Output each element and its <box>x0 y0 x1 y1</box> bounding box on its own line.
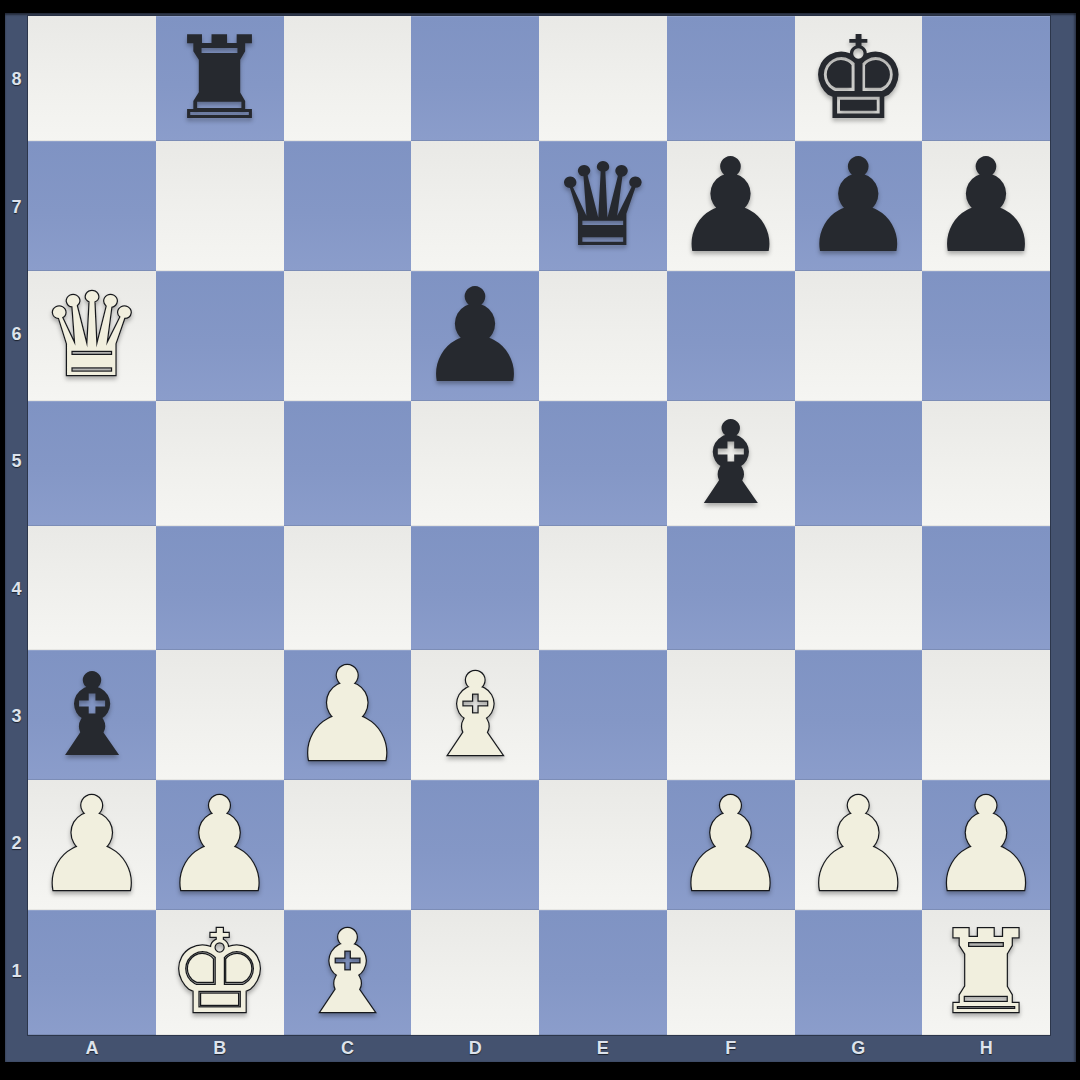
square-f6[interactable] <box>667 271 795 401</box>
square-e2[interactable] <box>539 780 667 910</box>
square-d5[interactable] <box>411 401 539 526</box>
piece-black-pawn[interactable]: ♟ <box>417 271 534 401</box>
square-a6[interactable]: ♛ <box>28 271 156 401</box>
square-c4[interactable] <box>284 526 412 651</box>
file-label-c: C <box>284 1035 412 1062</box>
square-b2[interactable]: ♟ <box>156 780 284 910</box>
file-label-h: H <box>922 1035 1050 1062</box>
square-c2[interactable] <box>284 780 412 910</box>
rank-label-7: 7 <box>5 143 28 270</box>
square-g7[interactable]: ♟ <box>795 141 923 271</box>
square-d4[interactable] <box>411 526 539 651</box>
square-c5[interactable] <box>284 401 412 526</box>
piece-black-pawn[interactable]: ♟ <box>672 141 789 271</box>
square-e8[interactable] <box>539 16 667 141</box>
piece-white-king[interactable]: ♚ <box>168 915 271 1030</box>
square-d2[interactable] <box>411 780 539 910</box>
square-h5[interactable] <box>922 401 1050 526</box>
piece-white-pawn[interactable]: ♟ <box>800 780 917 910</box>
rank-labels: 87654321 <box>5 16 28 1035</box>
square-b3[interactable] <box>156 650 284 780</box>
square-g5[interactable] <box>795 401 923 526</box>
file-label-g: G <box>795 1035 923 1062</box>
file-label-f: F <box>667 1035 795 1062</box>
piece-white-bishop[interactable]: ♝ <box>424 658 527 773</box>
square-a3[interactable]: ♝ <box>28 650 156 780</box>
square-h4[interactable] <box>922 526 1050 651</box>
square-e4[interactable] <box>539 526 667 651</box>
square-c7[interactable] <box>284 141 412 271</box>
piece-black-bishop[interactable]: ♝ <box>40 658 143 773</box>
square-b1[interactable]: ♚ <box>156 910 284 1035</box>
square-b7[interactable] <box>156 141 284 271</box>
file-labels: ABCDEFGH <box>28 1035 1050 1062</box>
square-c6[interactable] <box>284 271 412 401</box>
rank-label-3: 3 <box>5 653 28 780</box>
square-f2[interactable]: ♟ <box>667 780 795 910</box>
file-label-a: A <box>28 1035 156 1062</box>
piece-black-bishop[interactable]: ♝ <box>679 406 782 521</box>
square-e7[interactable]: ♛ <box>539 141 667 271</box>
piece-black-rook[interactable]: ♜ <box>168 21 271 136</box>
square-a4[interactable] <box>28 526 156 651</box>
square-a5[interactable] <box>28 401 156 526</box>
square-h8[interactable] <box>922 16 1050 141</box>
square-f8[interactable] <box>667 16 795 141</box>
square-f4[interactable] <box>667 526 795 651</box>
rank-label-4: 4 <box>5 526 28 653</box>
piece-black-pawn[interactable]: ♟ <box>800 141 917 271</box>
piece-white-pawn[interactable]: ♟ <box>34 780 151 910</box>
square-f5[interactable]: ♝ <box>667 401 795 526</box>
square-f1[interactable] <box>667 910 795 1035</box>
square-g6[interactable] <box>795 271 923 401</box>
chess-board-frame: 87654321 ♜♚♛♟♟♟♛♟♝♝♟♝♟♟♟♟♟♚♝♜ ABCDEFGH <box>5 13 1076 1062</box>
square-e3[interactable] <box>539 650 667 780</box>
square-h1[interactable]: ♜ <box>922 910 1050 1035</box>
rank-label-1: 1 <box>5 908 28 1035</box>
square-f3[interactable] <box>667 650 795 780</box>
rank-label-8: 8 <box>5 16 28 143</box>
square-g4[interactable] <box>795 526 923 651</box>
square-d3[interactable]: ♝ <box>411 650 539 780</box>
piece-black-queen[interactable]: ♛ <box>551 148 654 263</box>
rank-label-6: 6 <box>5 271 28 398</box>
rank-label-5: 5 <box>5 398 28 525</box>
file-label-b: B <box>156 1035 284 1062</box>
file-label-e: E <box>539 1035 667 1062</box>
square-d6[interactable]: ♟ <box>411 271 539 401</box>
piece-white-rook[interactable]: ♜ <box>935 915 1038 1030</box>
square-f7[interactable]: ♟ <box>667 141 795 271</box>
square-c8[interactable] <box>284 16 412 141</box>
square-b4[interactable] <box>156 526 284 651</box>
square-d8[interactable] <box>411 16 539 141</box>
piece-black-pawn[interactable]: ♟ <box>928 141 1045 271</box>
square-g8[interactable]: ♚ <box>795 16 923 141</box>
piece-white-pawn[interactable]: ♟ <box>928 780 1045 910</box>
square-b6[interactable] <box>156 271 284 401</box>
piece-white-queen[interactable]: ♛ <box>40 278 143 393</box>
piece-white-pawn[interactable]: ♟ <box>161 780 278 910</box>
piece-white-pawn[interactable]: ♟ <box>289 650 406 780</box>
square-g1[interactable] <box>795 910 923 1035</box>
square-d7[interactable] <box>411 141 539 271</box>
piece-white-bishop[interactable]: ♝ <box>296 915 399 1030</box>
letterbox-background: 87654321 ♜♚♛♟♟♟♛♟♝♝♟♝♟♟♟♟♟♚♝♜ ABCDEFGH <box>0 0 1080 1080</box>
square-e1[interactable] <box>539 910 667 1035</box>
square-g3[interactable] <box>795 650 923 780</box>
square-c3[interactable]: ♟ <box>284 650 412 780</box>
rank-label-2: 2 <box>5 780 28 907</box>
square-c1[interactable]: ♝ <box>284 910 412 1035</box>
square-e5[interactable] <box>539 401 667 526</box>
board-grid: ♜♚♛♟♟♟♛♟♝♝♟♝♟♟♟♟♟♚♝♜ <box>28 16 1050 1035</box>
square-g2[interactable]: ♟ <box>795 780 923 910</box>
square-a1[interactable] <box>28 910 156 1035</box>
square-h7[interactable]: ♟ <box>922 141 1050 271</box>
square-b8[interactable]: ♜ <box>156 16 284 141</box>
square-h3[interactable] <box>922 650 1050 780</box>
piece-black-king[interactable]: ♚ <box>807 21 910 136</box>
piece-white-pawn[interactable]: ♟ <box>672 780 789 910</box>
square-e6[interactable] <box>539 271 667 401</box>
square-d1[interactable] <box>411 910 539 1035</box>
square-b5[interactable] <box>156 401 284 526</box>
file-label-d: D <box>411 1035 539 1062</box>
square-h2[interactable]: ♟ <box>922 780 1050 910</box>
square-a7[interactable] <box>28 141 156 271</box>
square-a2[interactable]: ♟ <box>28 780 156 910</box>
square-a8[interactable] <box>28 16 156 141</box>
square-h6[interactable] <box>922 271 1050 401</box>
